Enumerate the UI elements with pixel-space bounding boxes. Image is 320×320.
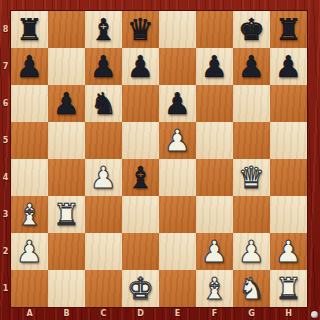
piece-black-pawn[interactable]: ♟ (275, 48, 302, 85)
square-g8[interactable]: ♚ (233, 11, 270, 48)
piece-black-queen[interactable]: ♛ (127, 11, 154, 48)
square-g6[interactable] (233, 85, 270, 122)
piece-black-pawn[interactable]: ♟ (201, 48, 228, 85)
square-g7[interactable]: ♟ (233, 48, 270, 85)
square-f4[interactable] (196, 159, 233, 196)
square-a4[interactable] (11, 159, 48, 196)
rank-label-2: 2 (0, 233, 11, 270)
piece-white-pawn[interactable]: ♟ (90, 159, 117, 196)
piece-black-bishop[interactable]: ♝ (127, 159, 154, 196)
piece-white-pawn[interactable]: ♟ (164, 122, 191, 159)
square-e2[interactable] (159, 233, 196, 270)
square-h1[interactable]: ♜ (270, 270, 307, 307)
rank-label-5: 5 (0, 122, 11, 159)
square-d6[interactable] (122, 85, 159, 122)
piece-black-pawn[interactable]: ♟ (90, 48, 117, 85)
square-f2[interactable]: ♟ (196, 233, 233, 270)
square-a8[interactable]: ♜ (11, 11, 48, 48)
piece-white-bishop[interactable]: ♝ (16, 196, 43, 233)
square-e4[interactable] (159, 159, 196, 196)
square-f1[interactable]: ♝ (196, 270, 233, 307)
square-a5[interactable] (11, 122, 48, 159)
square-h3[interactable] (270, 196, 307, 233)
square-h6[interactable] (270, 85, 307, 122)
square-a6[interactable] (11, 85, 48, 122)
square-f6[interactable] (196, 85, 233, 122)
file-label-c: C (85, 307, 122, 320)
square-c2[interactable] (85, 233, 122, 270)
square-c8[interactable]: ♝ (85, 11, 122, 48)
piece-black-rook[interactable]: ♜ (275, 11, 302, 48)
square-b7[interactable] (48, 48, 85, 85)
square-g1[interactable]: ♞ (233, 270, 270, 307)
file-label-e: E (159, 307, 196, 320)
square-e7[interactable] (159, 48, 196, 85)
square-b8[interactable] (48, 11, 85, 48)
piece-black-bishop[interactable]: ♝ (90, 11, 117, 48)
piece-black-pawn[interactable]: ♟ (53, 85, 80, 122)
piece-white-knight[interactable]: ♞ (238, 270, 265, 307)
square-c1[interactable] (85, 270, 122, 307)
file-label-g: G (233, 307, 270, 320)
piece-white-pawn[interactable]: ♟ (275, 233, 302, 270)
square-a7[interactable]: ♟ (11, 48, 48, 85)
piece-black-pawn[interactable]: ♟ (16, 48, 43, 85)
square-f3[interactable] (196, 196, 233, 233)
square-h8[interactable]: ♜ (270, 11, 307, 48)
piece-black-pawn[interactable]: ♟ (127, 48, 154, 85)
square-b6[interactable]: ♟ (48, 85, 85, 122)
square-e1[interactable] (159, 270, 196, 307)
square-g2[interactable]: ♟ (233, 233, 270, 270)
square-a1[interactable] (11, 270, 48, 307)
square-f8[interactable] (196, 11, 233, 48)
chess-board-frame: 8 7 6 5 4 3 2 1 ♜♝♛♚♜♟♟♟♟♟♟♟♞♟♟♟♝♛♝♜♟♟♟♟… (0, 0, 320, 320)
rank-label-1: 1 (0, 270, 11, 307)
square-c3[interactable] (85, 196, 122, 233)
chess-board[interactable]: ♜♝♛♚♜♟♟♟♟♟♟♟♞♟♟♟♝♛♝♜♟♟♟♟♚♝♞♜ (11, 11, 307, 307)
rank-label-7: 7 (0, 48, 11, 85)
square-e3[interactable] (159, 196, 196, 233)
square-d7[interactable]: ♟ (122, 48, 159, 85)
rank-labels: 8 7 6 5 4 3 2 1 (0, 11, 11, 307)
square-c7[interactable]: ♟ (85, 48, 122, 85)
rank-label-3: 3 (0, 196, 11, 233)
piece-white-pawn[interactable]: ♟ (238, 233, 265, 270)
rank-label-8: 8 (0, 11, 11, 48)
piece-white-rook[interactable]: ♜ (275, 270, 302, 307)
piece-white-king[interactable]: ♚ (127, 270, 154, 307)
piece-black-pawn[interactable]: ♟ (164, 85, 191, 122)
square-b1[interactable] (48, 270, 85, 307)
square-d5[interactable] (122, 122, 159, 159)
piece-black-knight[interactable]: ♞ (90, 85, 117, 122)
square-c6[interactable]: ♞ (85, 85, 122, 122)
rank-label-4: 4 (0, 159, 11, 196)
file-label-b: B (48, 307, 85, 320)
square-f7[interactable]: ♟ (196, 48, 233, 85)
square-b4[interactable] (48, 159, 85, 196)
square-d3[interactable] (122, 196, 159, 233)
square-a3[interactable]: ♝ (11, 196, 48, 233)
file-label-h: H (270, 307, 307, 320)
file-label-f: F (196, 307, 233, 320)
square-c4[interactable]: ♟ (85, 159, 122, 196)
file-label-a: A (11, 307, 48, 320)
piece-white-bishop[interactable]: ♝ (201, 270, 228, 307)
square-g4[interactable]: ♛ (233, 159, 270, 196)
square-e5[interactable]: ♟ (159, 122, 196, 159)
rank-label-6: 6 (0, 85, 11, 122)
square-h4[interactable] (270, 159, 307, 196)
square-d1[interactable]: ♚ (122, 270, 159, 307)
square-a2[interactable]: ♟ (11, 233, 48, 270)
square-h2[interactable]: ♟ (270, 233, 307, 270)
piece-white-queen[interactable]: ♛ (238, 159, 265, 196)
square-e6[interactable]: ♟ (159, 85, 196, 122)
square-b3[interactable]: ♜ (48, 196, 85, 233)
piece-black-king[interactable]: ♚ (238, 11, 265, 48)
square-b5[interactable] (48, 122, 85, 159)
piece-white-rook[interactable]: ♜ (53, 196, 80, 233)
square-f5[interactable] (196, 122, 233, 159)
square-d8[interactable]: ♛ (122, 11, 159, 48)
piece-black-rook[interactable]: ♜ (16, 11, 43, 48)
square-g5[interactable] (233, 122, 270, 159)
square-h7[interactable]: ♟ (270, 48, 307, 85)
file-labels: A B C D E F G H (11, 307, 307, 320)
square-g3[interactable] (233, 196, 270, 233)
square-c5[interactable] (85, 122, 122, 159)
white-to-move-indicator (311, 311, 318, 318)
piece-black-pawn[interactable]: ♟ (238, 48, 265, 85)
piece-white-pawn[interactable]: ♟ (16, 233, 43, 270)
square-d2[interactable] (122, 233, 159, 270)
file-label-d: D (122, 307, 159, 320)
square-d4[interactable]: ♝ (122, 159, 159, 196)
square-h5[interactable] (270, 122, 307, 159)
square-e8[interactable] (159, 11, 196, 48)
piece-white-pawn[interactable]: ♟ (201, 233, 228, 270)
square-b2[interactable] (48, 233, 85, 270)
